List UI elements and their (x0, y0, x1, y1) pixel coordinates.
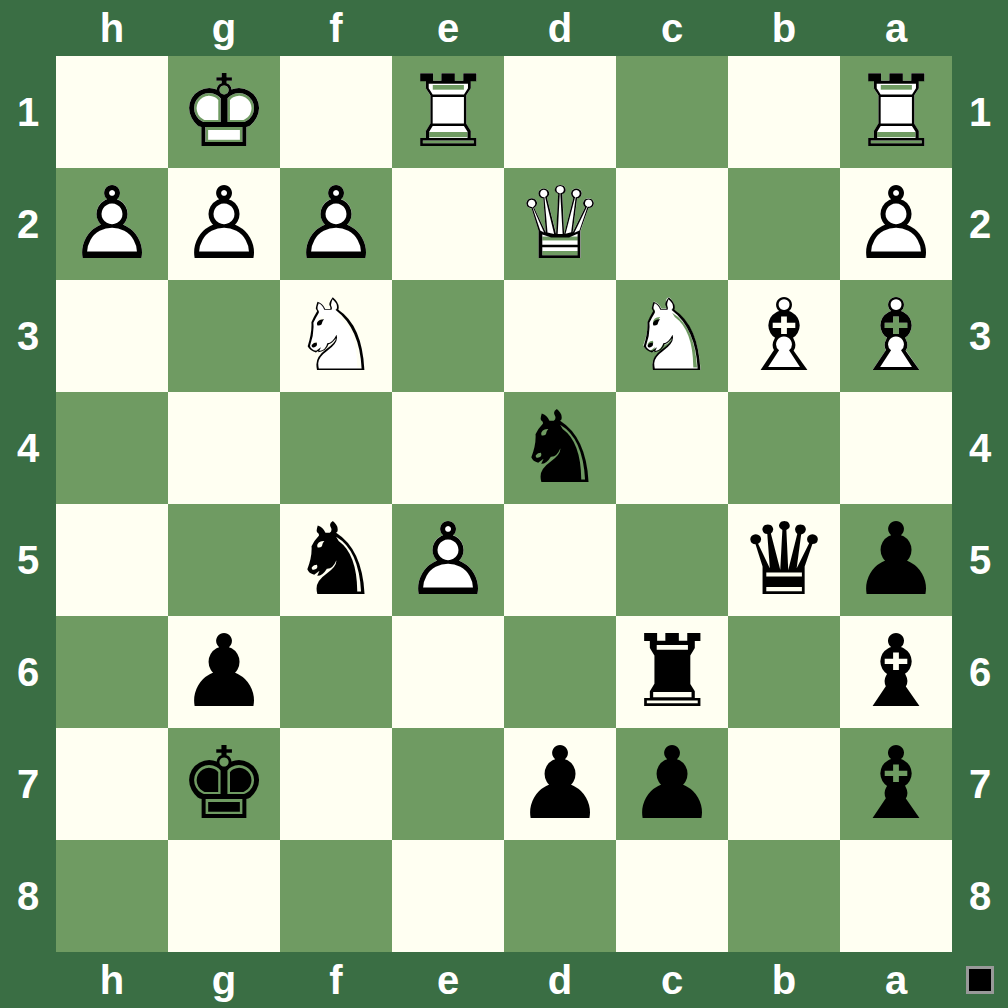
white-pawn[interactable]: ♟♙ (56, 168, 168, 280)
square-b4[interactable] (728, 392, 840, 504)
square-c7[interactable]: ♟ (616, 728, 728, 840)
rank-label-3: 3 (952, 280, 1008, 392)
file-label-e: e (392, 952, 504, 1008)
file-label-b: b (728, 0, 840, 56)
square-d6[interactable] (504, 616, 616, 728)
square-e8[interactable] (392, 840, 504, 952)
black-pawn-glyph: ♟ (840, 504, 952, 616)
black-queen-glyph: ♛ (728, 504, 840, 616)
white-pawn-outline: ♙ (280, 168, 392, 280)
white-pawn-outline: ♙ (840, 168, 952, 280)
square-d1[interactable] (504, 56, 616, 168)
square-b5[interactable]: ♛ (728, 504, 840, 616)
square-e1[interactable]: ♜♖ (392, 56, 504, 168)
square-g3[interactable] (168, 280, 280, 392)
black-pawn[interactable]: ♟ (504, 728, 616, 840)
square-e7[interactable] (392, 728, 504, 840)
black-pawn[interactable]: ♟ (840, 504, 952, 616)
white-rook[interactable]: ♜♖ (840, 56, 952, 168)
black-rook-glyph: ♜ (616, 616, 728, 728)
square-b6[interactable] (728, 616, 840, 728)
file-label-f: f (280, 952, 392, 1008)
square-e4[interactable] (392, 392, 504, 504)
square-e5[interactable]: ♟♙ (392, 504, 504, 616)
white-knight[interactable]: ♞♘ (616, 280, 728, 392)
square-a1[interactable]: ♜♖ (840, 56, 952, 168)
square-g6[interactable]: ♟ (168, 616, 280, 728)
file-label-c: c (616, 952, 728, 1008)
rank-label-5: 5 (0, 504, 56, 616)
square-b7[interactable] (728, 728, 840, 840)
square-c6[interactable]: ♜ (616, 616, 728, 728)
file-label-b: b (728, 952, 840, 1008)
white-rook[interactable]: ♜♖ (392, 56, 504, 168)
file-label-h: h (56, 952, 168, 1008)
white-queen[interactable]: ♛♕ (504, 168, 616, 280)
black-rook[interactable]: ♜ (616, 616, 728, 728)
rank-label-6: 6 (0, 616, 56, 728)
white-bishop-outline: ♗ (840, 280, 952, 392)
white-queen-outline: ♕ (504, 168, 616, 280)
white-bishop[interactable]: ♝♗ (840, 280, 952, 392)
chess-board: hgfedcba1♚♔♜♖♜♖12♟♙♟♙♟♙♛♕♟♙23♞♘♞♘♝♗♝♗34♞… (0, 0, 1008, 1008)
square-d5[interactable] (504, 504, 616, 616)
square-c8[interactable] (616, 840, 728, 952)
square-e6[interactable] (392, 616, 504, 728)
file-label-d: d (504, 0, 616, 56)
white-knight[interactable]: ♞♘ (280, 280, 392, 392)
white-pawn[interactable]: ♟♙ (168, 168, 280, 280)
square-f1[interactable] (280, 56, 392, 168)
rank-label-7: 7 (952, 728, 1008, 840)
square-f8[interactable] (280, 840, 392, 952)
white-pawn-outline: ♙ (56, 168, 168, 280)
rank-label-6: 6 (952, 616, 1008, 728)
black-knight-glyph: ♞ (504, 392, 616, 504)
rank-label-2: 2 (952, 168, 1008, 280)
board-corner (0, 952, 56, 1008)
file-label-d: d (504, 952, 616, 1008)
square-b2[interactable] (728, 168, 840, 280)
file-label-f: f (280, 0, 392, 56)
white-rook-outline: ♖ (840, 56, 952, 168)
square-f3[interactable]: ♞♘ (280, 280, 392, 392)
square-a4[interactable] (840, 392, 952, 504)
rank-label-1: 1 (0, 56, 56, 168)
square-h5[interactable] (56, 504, 168, 616)
square-h2[interactable]: ♟♙ (56, 168, 168, 280)
square-g2[interactable]: ♟♙ (168, 168, 280, 280)
square-h6[interactable] (56, 616, 168, 728)
board-corner (952, 952, 1008, 1008)
black-bishop-glyph: ♝ (840, 728, 952, 840)
square-b3[interactable]: ♝♗ (728, 280, 840, 392)
square-e3[interactable] (392, 280, 504, 392)
square-f4[interactable] (280, 392, 392, 504)
square-a6[interactable]: ♝ (840, 616, 952, 728)
file-label-e: e (392, 0, 504, 56)
square-g1[interactable]: ♚♔ (168, 56, 280, 168)
square-h3[interactable] (56, 280, 168, 392)
rank-label-3: 3 (0, 280, 56, 392)
square-g8[interactable] (168, 840, 280, 952)
white-pawn[interactable]: ♟♙ (392, 504, 504, 616)
square-d7[interactable]: ♟ (504, 728, 616, 840)
file-label-g: g (168, 0, 280, 56)
white-pawn-outline: ♙ (168, 168, 280, 280)
black-bishop[interactable]: ♝ (840, 728, 952, 840)
white-bishop[interactable]: ♝♗ (728, 280, 840, 392)
file-label-c: c (616, 0, 728, 56)
file-label-a: a (840, 952, 952, 1008)
square-b8[interactable] (728, 840, 840, 952)
black-pawn-glyph: ♟ (504, 728, 616, 840)
white-king[interactable]: ♚♔ (168, 56, 280, 168)
board-corner (952, 0, 1008, 56)
white-rook-outline: ♖ (392, 56, 504, 168)
square-a8[interactable] (840, 840, 952, 952)
turn-indicator-black-to-move (966, 966, 994, 994)
square-a7[interactable]: ♝ (840, 728, 952, 840)
white-knight-outline: ♘ (616, 280, 728, 392)
white-pawn-outline: ♙ (392, 504, 504, 616)
square-f2[interactable]: ♟♙ (280, 168, 392, 280)
square-g4[interactable] (168, 392, 280, 504)
square-a2[interactable]: ♟♙ (840, 168, 952, 280)
white-pawn[interactable]: ♟♙ (840, 168, 952, 280)
white-pawn[interactable]: ♟♙ (280, 168, 392, 280)
black-king-glyph: ♚ (168, 728, 280, 840)
square-g7[interactable]: ♚ (168, 728, 280, 840)
square-c4[interactable] (616, 392, 728, 504)
rank-label-4: 4 (0, 392, 56, 504)
black-knight[interactable]: ♞ (504, 392, 616, 504)
white-king-outline: ♔ (168, 56, 280, 168)
rank-label-7: 7 (0, 728, 56, 840)
black-pawn[interactable]: ♟ (616, 728, 728, 840)
black-queen[interactable]: ♛ (728, 504, 840, 616)
square-c1[interactable] (616, 56, 728, 168)
black-knight[interactable]: ♞ (280, 504, 392, 616)
file-label-a: a (840, 0, 952, 56)
square-f6[interactable] (280, 616, 392, 728)
black-bishop-glyph: ♝ (840, 616, 952, 728)
white-knight-outline: ♘ (280, 280, 392, 392)
file-label-g: g (168, 952, 280, 1008)
square-b1[interactable] (728, 56, 840, 168)
black-pawn[interactable]: ♟ (168, 616, 280, 728)
square-a5[interactable]: ♟ (840, 504, 952, 616)
black-bishop[interactable]: ♝ (840, 616, 952, 728)
square-d3[interactable] (504, 280, 616, 392)
rank-label-5: 5 (952, 504, 1008, 616)
square-a3[interactable]: ♝♗ (840, 280, 952, 392)
square-c2[interactable] (616, 168, 728, 280)
square-f5[interactable]: ♞ (280, 504, 392, 616)
rank-label-1: 1 (952, 56, 1008, 168)
black-pawn-glyph: ♟ (168, 616, 280, 728)
square-f7[interactable] (280, 728, 392, 840)
board-corner (0, 0, 56, 56)
rank-label-4: 4 (952, 392, 1008, 504)
rank-label-2: 2 (0, 168, 56, 280)
black-pawn-glyph: ♟ (616, 728, 728, 840)
black-king[interactable]: ♚ (168, 728, 280, 840)
black-knight-glyph: ♞ (280, 504, 392, 616)
rank-label-8: 8 (0, 840, 56, 952)
square-d8[interactable] (504, 840, 616, 952)
square-g5[interactable] (168, 504, 280, 616)
file-label-h: h (56, 0, 168, 56)
rank-label-8: 8 (952, 840, 1008, 952)
square-h1[interactable] (56, 56, 168, 168)
square-d4[interactable]: ♞ (504, 392, 616, 504)
square-c5[interactable] (616, 504, 728, 616)
white-bishop-outline: ♗ (728, 280, 840, 392)
square-h7[interactable] (56, 728, 168, 840)
square-c3[interactable]: ♞♘ (616, 280, 728, 392)
square-d2[interactable]: ♛♕ (504, 168, 616, 280)
square-e2[interactable] (392, 168, 504, 280)
square-h8[interactable] (56, 840, 168, 952)
square-h4[interactable] (56, 392, 168, 504)
